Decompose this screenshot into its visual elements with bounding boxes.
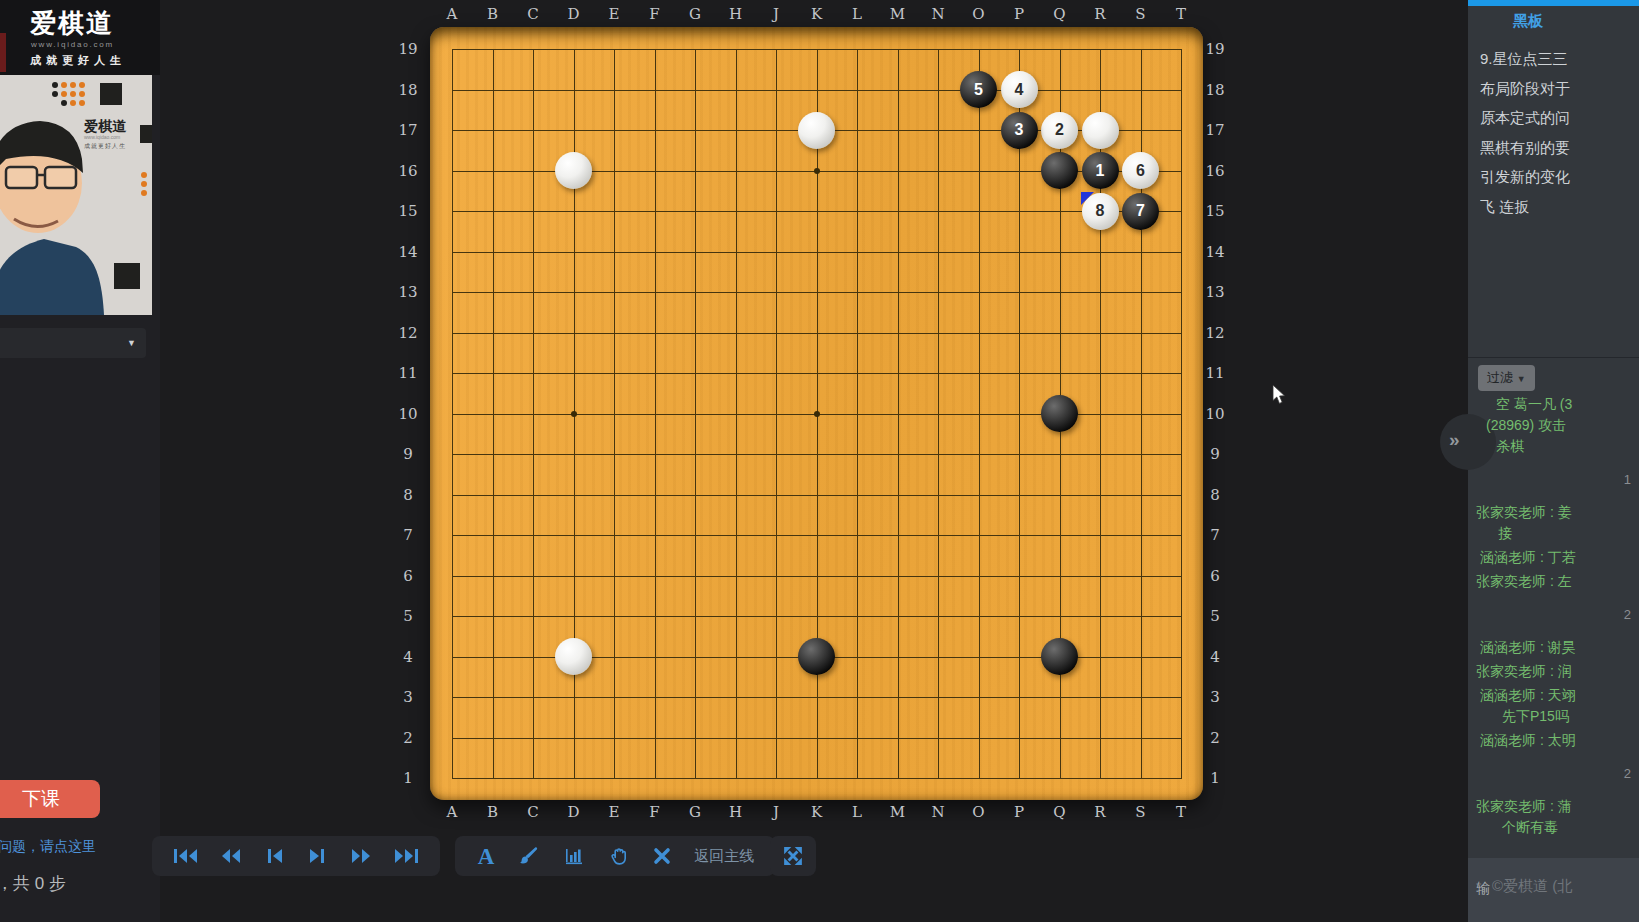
chat-message: 张家奕老师 : 蒲 — [1468, 796, 1639, 817]
coordinate-label: K — [811, 803, 822, 821]
coordinate-label: 1 — [1210, 769, 1220, 787]
step-forward-button[interactable] — [305, 845, 331, 867]
stone-D4[interactable] — [555, 638, 592, 675]
app-root: 爱棋道 www.iqidao.com 成就更好人生 — [0, 0, 1639, 922]
coordinate-label: F — [649, 803, 659, 821]
coordinate-label: N — [931, 5, 944, 23]
coordinate-label: A — [447, 5, 458, 23]
right-sidebar: » 黑板 9.星位点三三布局阶段对于原本定式的问黑棋有别的要引发新的变化飞 连扳… — [1468, 0, 1639, 922]
stone-P18[interactable]: 4 — [1001, 71, 1038, 108]
coordinate-label: K — [811, 5, 822, 23]
chat-filter-button[interactable]: 过滤 ▼ — [1478, 365, 1535, 391]
coordinate-label: 6 — [1210, 567, 1220, 585]
step-backward-button[interactable] — [261, 845, 287, 867]
logo-slogan: 成就更好人生 — [30, 53, 126, 68]
coordinate-label: J — [773, 5, 779, 23]
chat-message-list[interactable]: 空 葛一凡 (3(28969) 攻击杀棋1张家奕老师 : 姜接涵涵老师 : 丁若… — [1468, 394, 1639, 858]
chat-message: (28969) 攻击 — [1468, 415, 1639, 436]
grid-line — [1181, 49, 1182, 779]
annotation-tools-panel: A 返回主线 — [455, 836, 775, 876]
coordinate-label: G — [689, 5, 701, 23]
fullscreen-panel — [770, 836, 816, 876]
playback-panel — [152, 836, 440, 876]
blackboard-line: 布局阶段对于 — [1480, 74, 1639, 104]
star-point — [571, 411, 577, 417]
coordinate-label: 4 — [1210, 648, 1220, 666]
chat-message: 接 — [1468, 523, 1639, 544]
chat-message: 张家奕老师 : 润 — [1468, 661, 1639, 682]
star-point — [814, 168, 820, 174]
grid-line — [1019, 49, 1020, 779]
brush-tool-button[interactable] — [517, 844, 541, 868]
grid-line — [452, 535, 1182, 536]
coordinate-label: 2 — [403, 729, 413, 747]
coordinate-label: C — [527, 803, 538, 821]
star-point — [814, 411, 820, 417]
coordinate-label: S — [1135, 5, 1145, 23]
chat-message: 涵涵老师 : 谢昊 — [1468, 637, 1639, 658]
chat-message: 涵涵老师 : 天翊 — [1468, 685, 1639, 706]
coordinate-label: L — [852, 803, 862, 821]
text-tool-icon: A — [478, 845, 495, 868]
go-board[interactable]: 12345678 — [430, 27, 1203, 800]
left-sidebar: 爱棋道 www.iqidao.com 成就更好人生 — [0, 0, 160, 922]
coordinate-label: F — [649, 5, 659, 23]
mouse-cursor — [1272, 384, 1287, 405]
chat-message: 杀棋 — [1468, 436, 1639, 457]
coordinate-label: 16 — [398, 162, 417, 180]
camera-select-dropdown[interactable]: ▼ — [0, 328, 146, 358]
teacher-video: 爱棋道 www.iqidao.com 成就更好人生 — [0, 75, 152, 315]
blackboard-text: 9.星位点三三布局阶段对于原本定式的问黑棋有别的要引发新的变化飞 连扳 — [1480, 44, 1639, 221]
coordinate-label: 14 — [398, 243, 417, 261]
svg-text:成就更好人生: 成就更好人生 — [84, 142, 126, 150]
coordinate-label: T — [1176, 803, 1186, 821]
coordinate-label: 19 — [1205, 40, 1224, 58]
grid-line — [452, 495, 1182, 496]
coordinate-label: 19 — [398, 40, 417, 58]
hand-tool-button[interactable] — [607, 844, 631, 868]
coordinate-label: 13 — [1205, 283, 1224, 301]
grid-line — [452, 738, 1182, 739]
coordinate-label: M — [890, 803, 905, 821]
grid-line — [452, 616, 1182, 617]
fast-forward-button[interactable] — [348, 845, 374, 867]
coordinate-label: 2 — [1210, 729, 1220, 747]
grid-line — [857, 49, 858, 779]
coordinate-label: Q — [1053, 803, 1065, 821]
coordinate-label: 15 — [398, 202, 417, 220]
end-class-button[interactable]: 下课 — [0, 780, 100, 818]
coordinate-label: 7 — [1210, 526, 1220, 544]
tab-blackboard[interactable]: 黑板 — [1468, 12, 1588, 31]
return-mainline-button[interactable]: 返回主线 — [694, 847, 754, 866]
skip-end-button[interactable] — [391, 845, 423, 867]
chat-timestamp: 2 — [1468, 604, 1639, 625]
coordinate-label: A — [447, 803, 458, 821]
coordinate-label: B — [487, 803, 498, 821]
coordinate-label: 11 — [1205, 364, 1224, 382]
blackboard-line: 9.星位点三三 — [1480, 44, 1639, 74]
coordinate-label: 9 — [403, 445, 413, 463]
logo-url: www.iqidao.com — [31, 40, 114, 49]
grid-line — [898, 49, 899, 779]
stone-O18[interactable]: 5 — [960, 71, 997, 108]
coordinate-label: 12 — [1205, 324, 1224, 342]
coordinate-label: D — [567, 5, 579, 23]
grid-line — [938, 49, 939, 779]
chart-tool-button[interactable] — [562, 845, 586, 867]
chat-message: 空 葛一凡 (3 — [1468, 394, 1639, 415]
coordinate-label: 6 — [403, 567, 413, 585]
chat-message: 先下P15吗 — [1468, 706, 1639, 727]
hand-icon — [609, 846, 629, 866]
grid-line — [979, 49, 980, 779]
coordinate-label: L — [852, 5, 862, 23]
chat-message: 张家奕老师 : 姜 — [1468, 502, 1639, 523]
coordinate-label: B — [487, 5, 498, 23]
coordinate-label: 18 — [398, 81, 417, 99]
stone-Q17[interactable]: 2 — [1041, 112, 1078, 149]
coordinate-label: N — [931, 803, 944, 821]
blackboard-line: 原本定式的问 — [1480, 103, 1639, 133]
fast-backward-icon — [220, 847, 242, 865]
blackboard-line: 飞 连扳 — [1480, 192, 1639, 222]
chat-timestamp: 1 — [1468, 469, 1639, 490]
step-forward-icon — [307, 847, 329, 865]
coordinate-label: 17 — [398, 121, 417, 139]
site-watermark: ©爱棋道 (北 — [1492, 877, 1572, 896]
logo-red-mark — [0, 33, 6, 72]
coordinate-label: R — [1094, 5, 1105, 23]
fullscreen-icon — [783, 846, 803, 866]
coordinate-label: O — [972, 803, 984, 821]
coordinate-label: E — [609, 5, 620, 23]
coordinate-label: 12 — [398, 324, 417, 342]
teacher-illustration: 爱棋道 www.iqidao.com 成就更好人生 — [0, 75, 152, 315]
step-counter: ，共 0 步 — [0, 872, 66, 895]
close-icon — [653, 847, 671, 865]
coordinate-label: E — [609, 803, 620, 821]
brush-icon — [519, 846, 539, 866]
caret-down-icon: ▼ — [1517, 374, 1526, 384]
coordinate-label: 5 — [1210, 607, 1220, 625]
stone-D16[interactable] — [555, 152, 592, 189]
blackboard-line: 引发新的变化 — [1480, 162, 1639, 192]
skip-end-icon — [393, 847, 421, 865]
coordinate-label: 3 — [403, 688, 413, 706]
stone-S15[interactable]: 7 — [1122, 193, 1159, 230]
stone-P17[interactable]: 3 — [1001, 112, 1038, 149]
stone-S16[interactable]: 6 — [1122, 152, 1159, 189]
chat-message: 个断有毒 — [1468, 817, 1639, 838]
coordinate-label: 10 — [398, 405, 417, 423]
logo-block: 爱棋道 www.iqidao.com 成就更好人生 — [0, 0, 160, 75]
coordinate-label: H — [729, 803, 742, 821]
stone-K4[interactable] — [798, 638, 835, 675]
coordinate-label: 13 — [398, 283, 417, 301]
double-chevron-right-icon: » — [1449, 429, 1460, 451]
coordinate-label: G — [689, 803, 701, 821]
coordinate-label: C — [527, 5, 538, 23]
coordinate-label: 18 — [1205, 81, 1224, 99]
stone-R17[interactable] — [1082, 112, 1119, 149]
svg-text:www.iqidao.com: www.iqidao.com — [84, 134, 120, 140]
chat-message: 涵涵老师 : 丁若 — [1468, 547, 1639, 568]
grid-line — [452, 697, 1182, 698]
fast-backward-button[interactable] — [218, 845, 244, 867]
step-backward-icon — [263, 847, 285, 865]
coordinate-label: P — [1014, 5, 1024, 23]
clear-tool-button[interactable] — [651, 845, 673, 867]
stone-Q16[interactable] — [1041, 152, 1078, 189]
stone-R16[interactable]: 1 — [1082, 152, 1119, 189]
coordinate-label: 4 — [403, 648, 413, 666]
coordinate-label: Q — [1053, 5, 1065, 23]
filter-label: 过滤 — [1487, 370, 1513, 385]
coordinate-label: H — [729, 5, 742, 23]
chat-message: 张家奕老师 : 左 — [1468, 571, 1639, 592]
chevron-down-icon: ▼ — [127, 338, 136, 348]
stone-Q4[interactable] — [1041, 638, 1078, 675]
coordinate-label: 11 — [398, 364, 417, 382]
grid-line — [452, 778, 1182, 779]
coordinate-label: 14 — [1205, 243, 1224, 261]
coordinate-label: M — [890, 5, 905, 23]
coordinate-label: S — [1135, 803, 1145, 821]
coordinate-label: 9 — [1210, 445, 1220, 463]
coordinate-label: P — [1014, 803, 1024, 821]
skip-start-icon — [171, 847, 199, 865]
coordinate-label: 1 — [403, 769, 413, 787]
coordinate-label: D — [567, 803, 579, 821]
section-divider — [1468, 357, 1639, 358]
blackboard-line: 黑棋有别的要 — [1480, 133, 1639, 163]
fast-forward-icon — [350, 847, 372, 865]
chat-message: 涵涵老师 : 太明 — [1468, 730, 1639, 751]
coordinate-label: T — [1176, 5, 1186, 23]
skip-start-button[interactable] — [169, 845, 201, 867]
sidebar-accent-bar — [1468, 0, 1639, 6]
text-tool-button[interactable]: A — [476, 843, 497, 870]
logo-title: 爱棋道 — [30, 6, 114, 41]
fullscreen-button[interactable] — [781, 844, 805, 868]
coordinate-label: 8 — [1210, 486, 1220, 504]
coordinate-label: 10 — [1205, 405, 1224, 423]
grid-line — [452, 454, 1182, 455]
coordinate-label: 5 — [403, 607, 413, 625]
coordinate-label: 3 — [1210, 688, 1220, 706]
coordinate-label: 16 — [1205, 162, 1224, 180]
svg-text:爱棋道: 爱棋道 — [83, 118, 127, 134]
chat-input-placeholder: 输 — [1476, 880, 1490, 898]
chat-timestamp: 2 — [1468, 763, 1639, 784]
grid-line — [452, 576, 1182, 577]
coordinate-label: 15 — [1205, 202, 1224, 220]
coordinate-label: 17 — [1205, 121, 1224, 139]
stone-K17[interactable] — [798, 112, 835, 149]
coordinate-label: J — [773, 803, 779, 821]
chart-icon — [564, 847, 584, 865]
question-link[interactable]: 问题，请点这里 — [0, 838, 96, 856]
coordinate-label: 8 — [403, 486, 413, 504]
coordinate-label: R — [1094, 803, 1105, 821]
coordinate-label: O — [972, 5, 984, 23]
stone-Q10[interactable] — [1041, 395, 1078, 432]
chat-input-area[interactable]: 输 ©爱棋道 (北 — [1468, 858, 1639, 922]
coordinate-label: 7 — [403, 526, 413, 544]
